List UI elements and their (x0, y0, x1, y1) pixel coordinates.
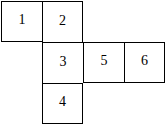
cell-number: 6 (141, 54, 148, 68)
cell-6: 6 (124, 42, 165, 83)
cell-number: 3 (60, 55, 67, 69)
cell-2: 2 (42, 1, 83, 42)
cell-4: 4 (42, 83, 83, 124)
cell-3: 3 (42, 42, 83, 83)
cell-number: 4 (59, 95, 66, 109)
cell-number: 1 (19, 13, 26, 27)
cell-1: 1 (1, 1, 42, 42)
cell-5: 5 (83, 42, 124, 83)
cube-net-board: 123564 (1, 1, 165, 124)
cell-number: 5 (101, 54, 108, 68)
cell-number: 2 (59, 14, 66, 28)
